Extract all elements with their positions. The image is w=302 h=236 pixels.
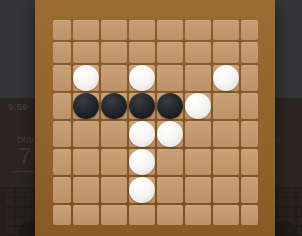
board-cell[interactable]: [101, 20, 127, 40]
board-cell[interactable]: [73, 20, 99, 40]
board-cell[interactable]: [157, 65, 183, 91]
white-disc: [129, 121, 155, 147]
board-cell[interactable]: [213, 42, 239, 62]
board-cell[interactable]: [213, 65, 239, 91]
board-cell[interactable]: [53, 93, 71, 119]
board-cell[interactable]: [213, 20, 239, 40]
board-cell[interactable]: [157, 149, 183, 175]
board-cell[interactable]: [73, 42, 99, 62]
white-disc: [213, 65, 239, 91]
black-disc: [101, 93, 127, 119]
board-cell[interactable]: [185, 42, 211, 62]
board-cell[interactable]: [241, 205, 259, 225]
board-cell[interactable]: [73, 177, 99, 203]
board-cell[interactable]: [73, 205, 99, 225]
white-disc: [129, 149, 155, 175]
board-cell[interactable]: [129, 121, 155, 147]
board-cell[interactable]: [157, 93, 183, 119]
white-disc: [73, 65, 99, 91]
board-cell[interactable]: [185, 177, 211, 203]
board-cell[interactable]: [241, 42, 259, 62]
board-cell[interactable]: [213, 121, 239, 147]
board-cell[interactable]: [213, 93, 239, 119]
board-cell[interactable]: [213, 205, 239, 225]
board-cell[interactable]: [53, 121, 71, 147]
board-cell[interactable]: [157, 205, 183, 225]
board-cell[interactable]: [185, 121, 211, 147]
board-cell[interactable]: [157, 20, 183, 40]
white-player-label: white: [274, 133, 281, 145]
board-cell[interactable]: [101, 149, 127, 175]
board-cell[interactable]: [129, 65, 155, 91]
board-cell[interactable]: [213, 149, 239, 175]
board-cell[interactable]: [157, 42, 183, 62]
board-cell[interactable]: [157, 121, 183, 147]
board-cell[interactable]: [157, 177, 183, 203]
board-cell[interactable]: [185, 20, 211, 40]
board-cell[interactable]: [53, 42, 71, 62]
board-cell[interactable]: [185, 93, 211, 119]
dimmed-left-player-panel: 9:59 black 7: [0, 98, 36, 187]
board-cell[interactable]: [185, 65, 211, 91]
board-cell[interactable]: [241, 65, 259, 91]
board-cell[interactable]: [129, 149, 155, 175]
board-cell[interactable]: [241, 20, 259, 40]
black-disc: [73, 93, 99, 119]
board-cell[interactable]: [241, 177, 259, 203]
white-disc: [129, 65, 155, 91]
board-cell[interactable]: [101, 121, 127, 147]
board-cell[interactable]: [53, 65, 71, 91]
board-cell[interactable]: [101, 65, 127, 91]
board-cell[interactable]: [101, 205, 127, 225]
board-cell[interactable]: [73, 149, 99, 175]
board-cell[interactable]: [129, 93, 155, 119]
dimmed-right-player-panel: white: [274, 98, 302, 187]
board-cell[interactable]: [73, 93, 99, 119]
board-cell[interactable]: [241, 121, 259, 147]
board-cell[interactable]: [53, 205, 71, 225]
board-cell[interactable]: [101, 42, 127, 62]
board-cell[interactable]: [185, 205, 211, 225]
board-cell[interactable]: [241, 93, 259, 119]
game-timer: 9:59: [8, 102, 28, 112]
board-cell[interactable]: [241, 149, 259, 175]
board-cell[interactable]: [53, 177, 71, 203]
board-cell[interactable]: [101, 93, 127, 119]
board-cell[interactable]: [129, 205, 155, 225]
board-cell[interactable]: [73, 121, 99, 147]
board-cell[interactable]: [53, 149, 71, 175]
white-disc: [185, 93, 211, 119]
score-underline: [13, 171, 36, 172]
board-cell[interactable]: [129, 42, 155, 62]
board-cell[interactable]: [53, 20, 71, 40]
othello-board: [35, 0, 275, 236]
board-cell[interactable]: [73, 65, 99, 91]
board-cell[interactable]: [101, 177, 127, 203]
board-grid: [53, 20, 258, 225]
black-score: 7: [19, 145, 31, 167]
board-cell[interactable]: [129, 20, 155, 40]
black-disc: [157, 93, 183, 119]
white-disc: [157, 121, 183, 147]
app-screen: 9:59 black 7 white: [0, 0, 302, 236]
board-cell[interactable]: [185, 149, 211, 175]
board-cell[interactable]: [129, 177, 155, 203]
white-disc: [129, 177, 155, 203]
board-cell[interactable]: [213, 177, 239, 203]
black-disc: [129, 93, 155, 119]
